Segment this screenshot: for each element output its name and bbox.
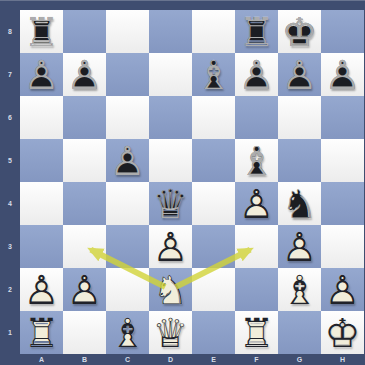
white-pawn-h2[interactable]: ♟♙ [321, 268, 364, 311]
square-a8[interactable]: ♜♖ [20, 10, 63, 53]
square-c3[interactable] [106, 225, 149, 268]
black-pawn-h7[interactable]: ♟♙ [321, 53, 364, 96]
square-g3[interactable]: ♟♙ [278, 225, 321, 268]
square-f8[interactable]: ♜♖ [235, 10, 278, 53]
square-e8[interactable] [192, 10, 235, 53]
piece-outline-glyph: ♙ [321, 268, 364, 311]
square-e6[interactable] [192, 96, 235, 139]
piece-outline-glyph: ♕ [149, 311, 192, 354]
rank-label-2: 2 [0, 268, 20, 311]
square-h6[interactable] [321, 96, 364, 139]
square-f7[interactable]: ♟♙ [235, 53, 278, 96]
white-pawn-g3[interactable]: ♟♙ [278, 225, 321, 268]
black-pawn-c5[interactable]: ♟♙ [106, 139, 149, 182]
square-d3[interactable]: ♟♙ [149, 225, 192, 268]
black-queen-d4[interactable]: ♛♕ [149, 182, 192, 225]
piece-outline-glyph: ♗ [106, 311, 149, 354]
piece-outline-glyph: ♙ [149, 225, 192, 268]
chess-board-screenshot: ♜♖♜♖♚♔♟♙♟♙♝♗♟♙♟♙♟♙♟♙♝♗♛♕♟♙♞♘♟♙♟♙♟♙♟♙♞♘♝♗… [0, 0, 365, 365]
piece-outline-glyph: ♗ [192, 53, 235, 96]
piece-outline-glyph: ♙ [20, 53, 63, 96]
black-bishop-f5[interactable]: ♝♗ [235, 139, 278, 182]
square-a5[interactable] [20, 139, 63, 182]
white-knight-d2[interactable]: ♞♘ [149, 268, 192, 311]
piece-outline-glyph: ♖ [235, 10, 278, 53]
square-g5[interactable] [278, 139, 321, 182]
square-h5[interactable] [321, 139, 364, 182]
rank-label-6: 6 [0, 96, 20, 139]
black-pawn-a7[interactable]: ♟♙ [20, 53, 63, 96]
square-f1[interactable]: ♜♖ [235, 311, 278, 354]
piece-outline-glyph: ♘ [149, 268, 192, 311]
square-h8[interactable] [321, 10, 364, 53]
square-a3[interactable] [20, 225, 63, 268]
square-c4[interactable] [106, 182, 149, 225]
piece-outline-glyph: ♙ [235, 182, 278, 225]
white-queen-d1[interactable]: ♛♕ [149, 311, 192, 354]
white-bishop-g2[interactable]: ♝♗ [278, 268, 321, 311]
black-pawn-b7[interactable]: ♟♙ [63, 53, 106, 96]
square-h1[interactable]: ♚♔ [321, 311, 364, 354]
square-h2[interactable]: ♟♙ [321, 268, 364, 311]
file-label-c: c [106, 354, 149, 365]
file-label-b: b [63, 354, 106, 365]
square-b7[interactable]: ♟♙ [63, 53, 106, 96]
square-e7[interactable]: ♝♗ [192, 53, 235, 96]
black-pawn-g7[interactable]: ♟♙ [278, 53, 321, 96]
square-d7[interactable] [149, 53, 192, 96]
square-a2[interactable]: ♟♙ [20, 268, 63, 311]
piece-outline-glyph: ♘ [278, 182, 321, 225]
square-a4[interactable] [20, 182, 63, 225]
square-h7[interactable]: ♟♙ [321, 53, 364, 96]
rank-label-3: 3 [0, 225, 20, 268]
square-c2[interactable] [106, 268, 149, 311]
white-pawn-a2[interactable]: ♟♙ [20, 268, 63, 311]
piece-outline-glyph: ♖ [20, 10, 63, 53]
piece-outline-glyph: ♖ [20, 311, 63, 354]
square-b4[interactable] [63, 182, 106, 225]
square-c6[interactable] [106, 96, 149, 139]
file-label-d: d [149, 354, 192, 365]
piece-outline-glyph: ♙ [63, 53, 106, 96]
chess-board: ♜♖♜♖♚♔♟♙♟♙♝♗♟♙♟♙♟♙♟♙♝♗♛♕♟♙♞♘♟♙♟♙♟♙♟♙♞♘♝♗… [20, 10, 364, 354]
square-f6[interactable] [235, 96, 278, 139]
file-label-a: a [20, 354, 63, 365]
rank-label-1: 1 [0, 311, 20, 354]
white-rook-a1[interactable]: ♜♖ [20, 311, 63, 354]
square-f3[interactable] [235, 225, 278, 268]
square-c8[interactable] [106, 10, 149, 53]
square-e3[interactable] [192, 225, 235, 268]
square-b6[interactable] [63, 96, 106, 139]
black-king-g8[interactable]: ♚♔ [278, 10, 321, 53]
square-f4[interactable]: ♟♙ [235, 182, 278, 225]
square-g6[interactable] [278, 96, 321, 139]
square-a6[interactable] [20, 96, 63, 139]
square-b5[interactable] [63, 139, 106, 182]
black-knight-g4[interactable]: ♞♘ [278, 182, 321, 225]
square-f5[interactable]: ♝♗ [235, 139, 278, 182]
black-bishop-e7[interactable]: ♝♗ [192, 53, 235, 96]
square-g7[interactable]: ♟♙ [278, 53, 321, 96]
square-d5[interactable] [149, 139, 192, 182]
piece-outline-glyph: ♗ [278, 268, 321, 311]
square-d4[interactable]: ♛♕ [149, 182, 192, 225]
rank-label-4: 4 [0, 182, 20, 225]
square-d6[interactable] [149, 96, 192, 139]
black-rook-a8[interactable]: ♜♖ [20, 10, 63, 53]
white-rook-f1[interactable]: ♜♖ [235, 311, 278, 354]
square-b1[interactable] [63, 311, 106, 354]
white-pawn-d3[interactable]: ♟♙ [149, 225, 192, 268]
piece-outline-glyph: ♕ [149, 182, 192, 225]
square-e1[interactable] [192, 311, 235, 354]
piece-outline-glyph: ♖ [235, 311, 278, 354]
rank-label-5: 5 [0, 139, 20, 182]
rank-label-7: 7 [0, 53, 20, 96]
black-pawn-f7[interactable]: ♟♙ [235, 53, 278, 96]
piece-outline-glyph: ♙ [63, 268, 106, 311]
rank-label-8: 8 [0, 10, 20, 53]
black-rook-f8[interactable]: ♜♖ [235, 10, 278, 53]
file-label-e: e [192, 354, 235, 365]
piece-outline-glyph: ♙ [235, 53, 278, 96]
file-label-h: h [321, 354, 364, 365]
piece-outline-glyph: ♔ [321, 311, 364, 354]
square-g2[interactable]: ♝♗ [278, 268, 321, 311]
piece-outline-glyph: ♗ [235, 139, 278, 182]
piece-outline-glyph: ♙ [278, 225, 321, 268]
square-b2[interactable]: ♟♙ [63, 268, 106, 311]
square-g1[interactable] [278, 311, 321, 354]
square-e4[interactable] [192, 182, 235, 225]
square-f2[interactable] [235, 268, 278, 311]
square-e2[interactable] [192, 268, 235, 311]
square-d2[interactable]: ♞♘ [149, 268, 192, 311]
square-d8[interactable] [149, 10, 192, 53]
square-h4[interactable] [321, 182, 364, 225]
piece-outline-glyph: ♙ [321, 53, 364, 96]
piece-outline-glyph: ♙ [106, 139, 149, 182]
square-b3[interactable] [63, 225, 106, 268]
square-g4[interactable]: ♞♘ [278, 182, 321, 225]
square-c5[interactable]: ♟♙ [106, 139, 149, 182]
square-a1[interactable]: ♜♖ [20, 311, 63, 354]
piece-outline-glyph: ♔ [278, 10, 321, 53]
white-pawn-b2[interactable]: ♟♙ [63, 268, 106, 311]
square-c1[interactable]: ♝♗ [106, 311, 149, 354]
white-pawn-f4[interactable]: ♟♙ [235, 182, 278, 225]
square-g8[interactable]: ♚♔ [278, 10, 321, 53]
file-label-f: f [235, 354, 278, 365]
piece-outline-glyph: ♙ [278, 53, 321, 96]
square-e5[interactable] [192, 139, 235, 182]
square-d1[interactable]: ♛♕ [149, 311, 192, 354]
square-h3[interactable] [321, 225, 364, 268]
white-king-h1[interactable]: ♚♔ [321, 311, 364, 354]
white-bishop-c1[interactable]: ♝♗ [106, 311, 149, 354]
piece-outline-glyph: ♙ [20, 268, 63, 311]
file-label-g: g [278, 354, 321, 365]
square-a7[interactable]: ♟♙ [20, 53, 63, 96]
square-b8[interactable] [63, 10, 106, 53]
square-c7[interactable] [106, 53, 149, 96]
